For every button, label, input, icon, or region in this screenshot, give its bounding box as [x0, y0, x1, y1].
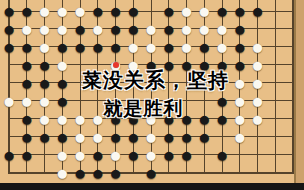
black-stone[interactable]: ●	[160, 146, 178, 164]
letterbox-bar	[0, 183, 304, 190]
white-stone[interactable]: ●	[249, 110, 267, 128]
black-stone[interactable]: ●	[71, 38, 89, 56]
caption-banner-line2: 就是胜利	[66, 95, 221, 122]
black-stone[interactable]: ●	[71, 164, 89, 182]
black-stone[interactable]: ●	[124, 146, 142, 164]
black-stone[interactable]: ●	[142, 164, 160, 182]
black-stone[interactable]: ●	[213, 146, 231, 164]
black-stone[interactable]: ●	[89, 164, 107, 182]
black-stone[interactable]: ●	[0, 146, 18, 164]
board-right-edge	[294, 0, 296, 183]
white-stone[interactable]: ●	[0, 92, 18, 110]
grid-vline	[275, 0, 276, 174]
black-stone[interactable]: ●	[36, 128, 54, 146]
black-stone[interactable]: ●	[195, 128, 213, 146]
grid-vline	[292, 0, 294, 174]
screenshot-stage: ●●●●●●●●●●●●●●●●●●●●●●●●●●●●●●●●●●●●●●●●…	[0, 0, 304, 190]
black-stone[interactable]: ●	[107, 164, 125, 182]
black-stone[interactable]: ●	[18, 146, 36, 164]
black-stone[interactable]: ●	[249, 2, 267, 20]
black-stone[interactable]: ●	[178, 146, 196, 164]
caption-banner-line1: 菜没关系，坚持	[77, 65, 234, 96]
black-stone[interactable]: ●	[89, 38, 107, 56]
white-stone[interactable]: ●	[53, 164, 71, 182]
table-background	[296, 0, 304, 183]
black-stone[interactable]: ●	[0, 38, 18, 56]
white-stone[interactable]: ●	[231, 128, 249, 146]
